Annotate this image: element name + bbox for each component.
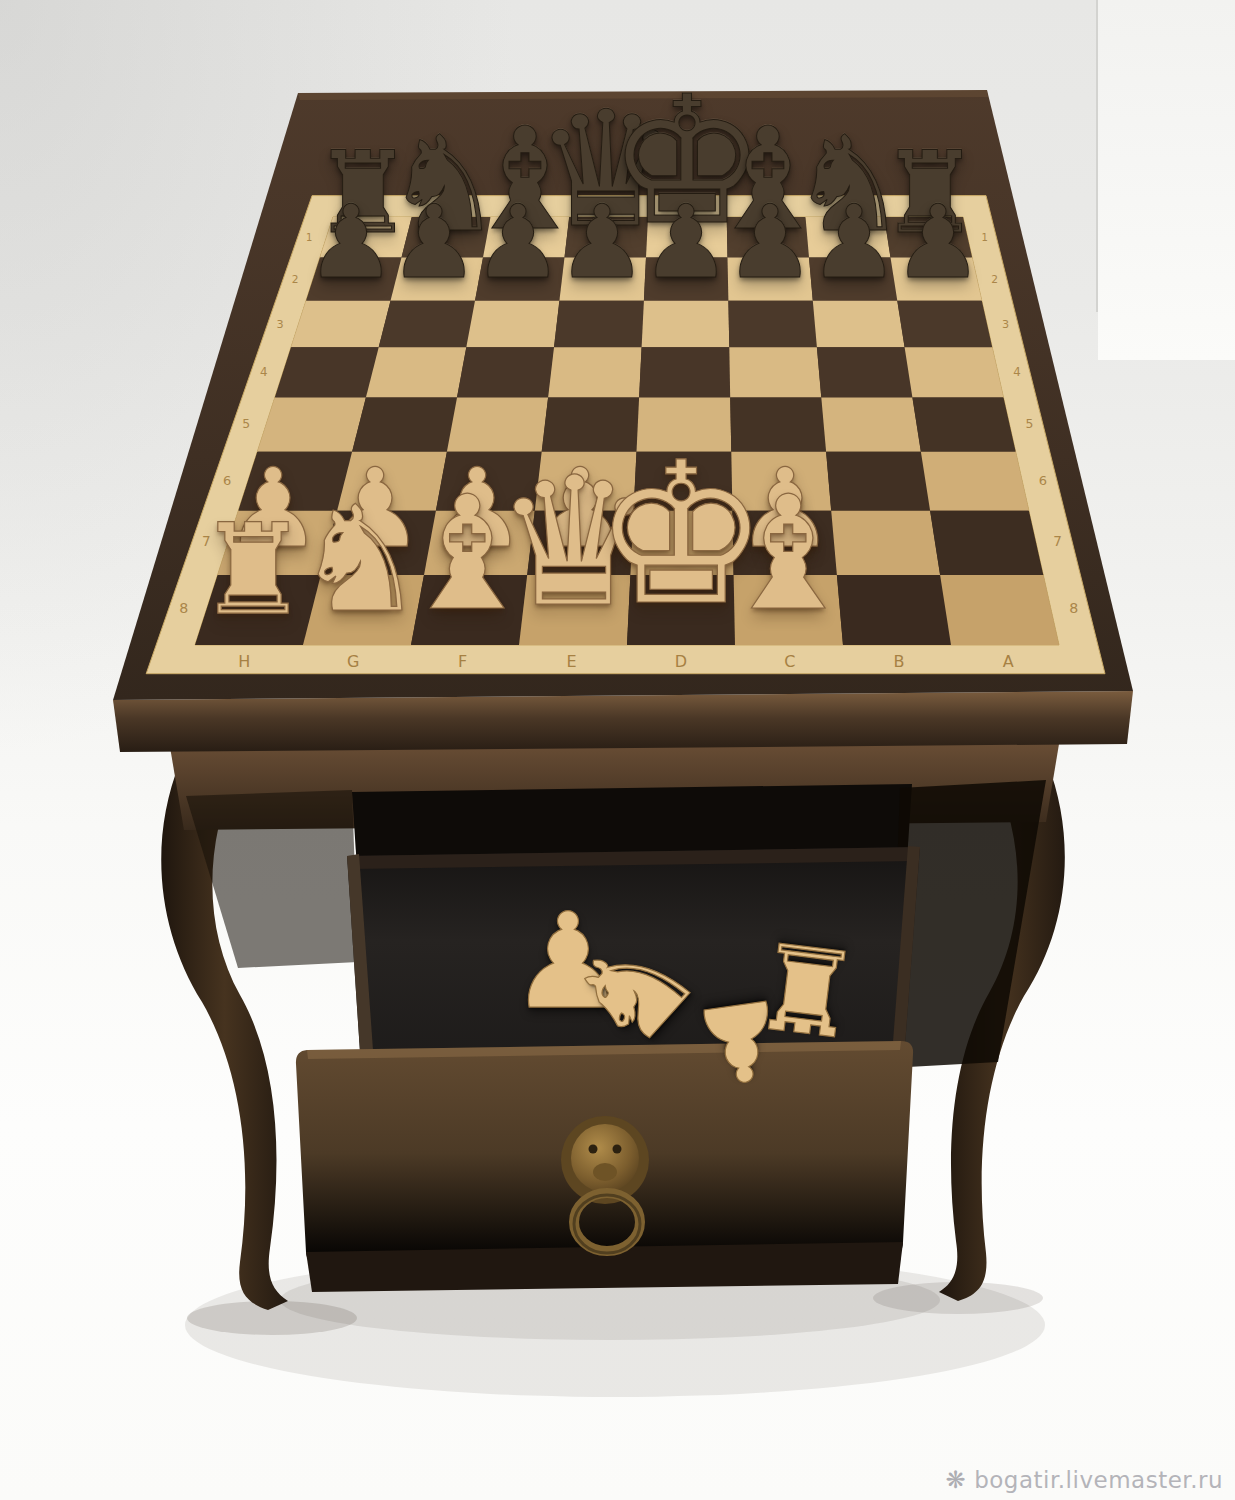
square-a7[interactable] [930, 511, 1043, 575]
piece-light-bishop-c8[interactable]: ♝ [718, 475, 859, 632]
square-h3[interactable] [291, 301, 391, 348]
tabletop-front-edge [113, 691, 1133, 752]
piece-light-rook-h8[interactable]: ♜ [197, 507, 309, 632]
square-f3[interactable] [466, 301, 559, 348]
square-g4[interactable] [366, 347, 466, 397]
piece-dark-pawn-c2[interactable]: ♟ [725, 192, 816, 293]
square-d4[interactable] [639, 347, 730, 397]
square-b5[interactable] [821, 398, 921, 452]
square-g3[interactable] [379, 301, 475, 348]
drawer-front [296, 1041, 913, 1292]
square-b4[interactable] [817, 347, 913, 397]
rank-label-right-7: 7 [1053, 533, 1062, 549]
drawer-piece-light-rook-lying[interactable]: ♜ [747, 923, 866, 1053]
square-c3[interactable] [728, 301, 817, 348]
square-a6[interactable] [921, 452, 1029, 511]
file-label-near-D: D [675, 652, 687, 671]
square-e3[interactable] [554, 301, 644, 348]
piece-dark-pawn-d2[interactable]: ♟ [641, 192, 732, 293]
watermark-flower-icon: ❋ [946, 1466, 967, 1494]
square-f4[interactable] [457, 347, 554, 397]
square-a4[interactable] [905, 347, 1004, 397]
square-c4[interactable] [729, 347, 821, 397]
square-h5[interactable] [257, 398, 366, 452]
file-label-near-G: G [347, 652, 359, 671]
rank-label-right-6: 6 [1039, 473, 1047, 488]
watermark-text: bogatir.livemaster.ru [974, 1467, 1223, 1493]
piece-dark-pawn-a2[interactable]: ♟ [893, 192, 984, 293]
piece-dark-pawn-h2[interactable]: ♟ [306, 192, 397, 293]
file-label-near-A: A [1003, 652, 1014, 671]
rank-label-right-5: 5 [1026, 416, 1034, 431]
square-b3[interactable] [813, 301, 905, 348]
file-label-near-F: F [458, 652, 467, 671]
piece-dark-pawn-f2[interactable]: ♟ [473, 192, 564, 293]
rank-label-left-2: 2 [292, 273, 299, 285]
piece-dark-pawn-b2[interactable]: ♟ [809, 192, 900, 293]
rank-label-left-4: 4 [260, 365, 268, 379]
rank-label-right-4: 4 [1013, 365, 1021, 379]
file-label-near-B: B [894, 652, 905, 671]
watermark: ❋ bogatir.livemaster.ru [946, 1466, 1223, 1494]
file-label-near-E: E [567, 652, 577, 671]
rank-label-right-3: 3 [1002, 318, 1009, 331]
rank-label-left-5: 5 [242, 416, 250, 431]
file-label-near-H: H [238, 652, 250, 671]
file-label-near-C: C [784, 652, 795, 671]
square-h4[interactable] [275, 347, 379, 397]
piece-dark-pawn-e2[interactable]: ♟ [557, 192, 648, 293]
square-a5[interactable] [912, 398, 1015, 452]
rank-label-right-2: 2 [991, 273, 998, 285]
piece-dark-pawn-g2[interactable]: ♟ [389, 192, 480, 293]
square-g5[interactable] [352, 398, 457, 452]
scene: HGFEDCBAHGFEDCBA1234567812345678 ♜♞♝♛♚♝♞… [0, 0, 1235, 1500]
rank-label-right-8: 8 [1069, 600, 1078, 616]
square-e4[interactable] [548, 347, 642, 397]
square-a3[interactable] [897, 301, 992, 348]
rank-label-left-8: 8 [179, 600, 188, 616]
square-d3[interactable] [642, 301, 730, 348]
rank-label-left-3: 3 [277, 318, 284, 331]
square-a8[interactable] [940, 575, 1059, 645]
